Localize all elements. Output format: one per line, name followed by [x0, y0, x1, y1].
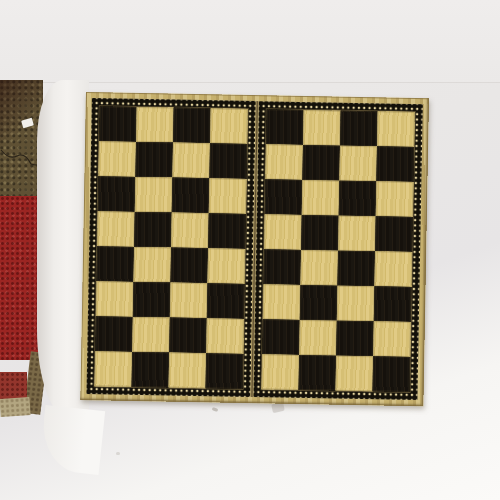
square-b7[interactable]: [135, 142, 173, 178]
square-c1[interactable]: [169, 353, 207, 389]
square-c4[interactable]: [171, 248, 209, 284]
square-h1[interactable]: [373, 356, 411, 392]
board-squares-right: [262, 109, 415, 392]
square-e8[interactable]: [266, 109, 304, 145]
square-d7[interactable]: [209, 143, 247, 179]
square-f5[interactable]: [301, 215, 339, 251]
square-c6[interactable]: [172, 178, 210, 214]
board-squares-left: [95, 106, 248, 389]
square-b8[interactable]: [136, 107, 174, 143]
square-b3[interactable]: [133, 282, 171, 318]
square-b4[interactable]: [134, 247, 172, 283]
board-half-right: [253, 101, 422, 400]
square-g7[interactable]: [339, 146, 377, 182]
square-b1[interactable]: [132, 352, 170, 388]
square-f1[interactable]: [299, 355, 337, 391]
square-g5[interactable]: [338, 216, 376, 252]
square-f6[interactable]: [302, 180, 340, 216]
tan-carpet-fragment: [0, 397, 31, 417]
square-g1[interactable]: [336, 356, 374, 392]
square-e2[interactable]: [262, 319, 300, 355]
square-h7[interactable]: [376, 146, 414, 182]
square-d2[interactable]: [206, 318, 244, 354]
square-e6[interactable]: [265, 179, 303, 215]
square-d4[interactable]: [208, 248, 246, 284]
square-g3[interactable]: [337, 286, 375, 322]
square-e1[interactable]: [262, 354, 300, 390]
square-a2[interactable]: [95, 316, 133, 352]
square-h6[interactable]: [376, 181, 414, 217]
square-f8[interactable]: [303, 110, 341, 146]
table-surface-top: [0, 0, 500, 83]
square-d3[interactable]: [207, 283, 245, 319]
square-h8[interactable]: [377, 111, 415, 147]
square-c3[interactable]: [170, 283, 208, 319]
surface-mark: [212, 407, 219, 412]
square-f4[interactable]: [300, 250, 338, 286]
table-edge-lower: [39, 405, 105, 475]
square-e4[interactable]: [264, 249, 302, 285]
square-h4[interactable]: [374, 251, 412, 287]
square-a5[interactable]: [97, 211, 135, 247]
square-d6[interactable]: [209, 178, 247, 214]
board-half-left: [86, 98, 255, 397]
square-e7[interactable]: [265, 144, 303, 180]
square-h5[interactable]: [375, 216, 413, 252]
square-f2[interactable]: [299, 320, 337, 356]
photo: [0, 0, 500, 500]
square-g6[interactable]: [339, 181, 377, 217]
square-b6[interactable]: [135, 177, 173, 213]
chessboard: [80, 92, 429, 406]
square-g4[interactable]: [337, 251, 375, 287]
square-a4[interactable]: [97, 246, 135, 282]
square-a7[interactable]: [98, 141, 136, 177]
square-g2[interactable]: [336, 321, 374, 357]
square-e3[interactable]: [263, 284, 301, 320]
square-a6[interactable]: [98, 176, 136, 212]
square-a1[interactable]: [95, 351, 133, 387]
square-h2[interactable]: [373, 321, 411, 357]
square-c2[interactable]: [169, 318, 207, 354]
square-d8[interactable]: [210, 108, 248, 144]
square-c5[interactable]: [171, 213, 209, 249]
square-d5[interactable]: [208, 213, 246, 249]
square-a8[interactable]: [99, 106, 137, 142]
square-f7[interactable]: [302, 145, 340, 181]
square-b5[interactable]: [134, 212, 172, 248]
square-a3[interactable]: [96, 281, 134, 317]
surface-mark: [116, 452, 120, 455]
red-carpet: [0, 196, 40, 360]
square-h3[interactable]: [374, 286, 412, 322]
square-c8[interactable]: [173, 108, 211, 144]
square-e5[interactable]: [264, 214, 302, 250]
square-d1[interactable]: [206, 353, 244, 389]
square-b2[interactable]: [132, 317, 170, 353]
square-g8[interactable]: [340, 111, 378, 147]
square-c7[interactable]: [172, 143, 210, 179]
square-f3[interactable]: [300, 285, 338, 321]
paper-scrap: [21, 118, 34, 129]
